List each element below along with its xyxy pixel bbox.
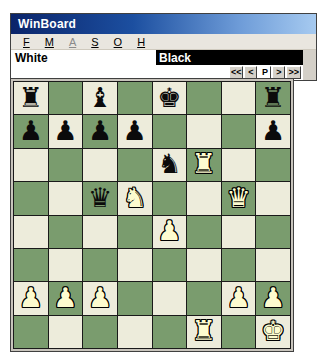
square-b8[interactable] bbox=[49, 82, 83, 114]
clock-row: White Black bbox=[11, 50, 316, 65]
piece-white-rook[interactable]: ♜ bbox=[192, 317, 216, 344]
white-clock-text: White bbox=[15, 51, 48, 65]
piece-black-rook[interactable]: ♜ bbox=[19, 84, 43, 111]
square-d5[interactable]: ♞ bbox=[118, 182, 152, 214]
square-d6[interactable] bbox=[118, 149, 152, 181]
square-c3[interactable] bbox=[83, 249, 117, 281]
square-g2[interactable]: ♟ bbox=[222, 282, 256, 314]
square-h2[interactable]: ♟ bbox=[256, 282, 290, 314]
square-c6[interactable] bbox=[83, 149, 117, 181]
piece-white-pawn[interactable]: ♟ bbox=[88, 284, 112, 311]
square-b5[interactable] bbox=[49, 182, 83, 214]
winboard-window: WinBoard FMASOH White Black <<<P>>> ♜♝♚♜… bbox=[0, 0, 321, 352]
square-b7[interactable]: ♟ bbox=[49, 115, 83, 147]
square-b6[interactable] bbox=[49, 149, 83, 181]
menu-options[interactable]: O bbox=[114, 36, 123, 48]
square-a2[interactable]: ♟ bbox=[14, 282, 48, 314]
menu-action: A bbox=[69, 36, 76, 48]
piece-black-pawn[interactable]: ♟ bbox=[19, 117, 43, 144]
piece-white-pawn[interactable]: ♟ bbox=[226, 284, 250, 311]
square-g5[interactable]: ♛ bbox=[222, 182, 256, 214]
square-h6[interactable] bbox=[256, 149, 290, 181]
square-g1[interactable] bbox=[222, 316, 256, 348]
square-d2[interactable] bbox=[118, 282, 152, 314]
piece-white-pawn[interactable]: ♟ bbox=[261, 284, 285, 311]
square-h4[interactable] bbox=[256, 216, 290, 248]
square-c5[interactable]: ♛ bbox=[83, 182, 117, 214]
square-h7[interactable]: ♟ bbox=[256, 115, 290, 147]
square-h5[interactable] bbox=[256, 182, 290, 214]
piece-white-king[interactable]: ♚ bbox=[261, 317, 285, 344]
square-e7[interactable] bbox=[153, 115, 187, 147]
title-bar[interactable]: WinBoard bbox=[11, 14, 316, 34]
square-f8[interactable] bbox=[187, 82, 221, 114]
square-a7[interactable]: ♟ bbox=[14, 115, 48, 147]
square-d7[interactable]: ♟ bbox=[118, 115, 152, 147]
square-b3[interactable] bbox=[49, 249, 83, 281]
window-title: WinBoard bbox=[18, 17, 76, 31]
board-frame: ♜♝♚♜♟♟♟♟♟♞♜♛♞♛♟♟♟♟♟♟♜♚ bbox=[10, 78, 294, 352]
piece-white-pawn[interactable]: ♟ bbox=[157, 217, 181, 244]
piece-white-pawn[interactable]: ♟ bbox=[19, 284, 43, 311]
square-d4[interactable] bbox=[118, 216, 152, 248]
square-e1[interactable] bbox=[153, 316, 187, 348]
piece-black-queen[interactable]: ♛ bbox=[88, 184, 112, 211]
square-a8[interactable]: ♜ bbox=[14, 82, 48, 114]
square-f6[interactable]: ♜ bbox=[187, 149, 221, 181]
black-clock-text: Black bbox=[159, 51, 191, 65]
menu-bar: FMASOH bbox=[11, 34, 316, 50]
square-a3[interactable] bbox=[14, 249, 48, 281]
square-d8[interactable] bbox=[118, 82, 152, 114]
square-b1[interactable] bbox=[49, 316, 83, 348]
square-h8[interactable]: ♜ bbox=[256, 82, 290, 114]
piece-white-pawn[interactable]: ♟ bbox=[53, 284, 77, 311]
piece-white-queen[interactable]: ♛ bbox=[226, 184, 250, 211]
square-g8[interactable] bbox=[222, 82, 256, 114]
square-e3[interactable] bbox=[153, 249, 187, 281]
square-f5[interactable] bbox=[187, 182, 221, 214]
square-d3[interactable] bbox=[118, 249, 152, 281]
button-row-gap bbox=[303, 65, 316, 80]
square-c4[interactable] bbox=[83, 216, 117, 248]
piece-black-knight[interactable]: ♞ bbox=[157, 150, 181, 177]
black-clock-label: Black bbox=[156, 50, 303, 65]
piece-black-pawn[interactable]: ♟ bbox=[88, 117, 112, 144]
square-c8[interactable]: ♝ bbox=[83, 82, 117, 114]
square-f1[interactable]: ♜ bbox=[187, 316, 221, 348]
square-d1[interactable] bbox=[118, 316, 152, 348]
square-f3[interactable] bbox=[187, 249, 221, 281]
square-e5[interactable] bbox=[153, 182, 187, 214]
square-b2[interactable]: ♟ bbox=[49, 282, 83, 314]
window-chrome: WinBoard FMASOH White Black <<<P>>> bbox=[10, 13, 317, 81]
square-a1[interactable] bbox=[14, 316, 48, 348]
square-e6[interactable]: ♞ bbox=[153, 149, 187, 181]
piece-black-rook[interactable]: ♜ bbox=[261, 84, 285, 111]
square-h3[interactable] bbox=[256, 249, 290, 281]
white-clock-label: White bbox=[15, 50, 48, 65]
square-e8[interactable]: ♚ bbox=[153, 82, 187, 114]
menu-file[interactable]: F bbox=[23, 36, 30, 48]
square-c1[interactable] bbox=[83, 316, 117, 348]
chess-board: ♜♝♚♜♟♟♟♟♟♞♜♛♞♛♟♟♟♟♟♟♜♚ bbox=[13, 81, 291, 349]
square-e4[interactable]: ♟ bbox=[153, 216, 187, 248]
square-a5[interactable] bbox=[14, 182, 48, 214]
square-g6[interactable] bbox=[222, 149, 256, 181]
square-f4[interactable] bbox=[187, 216, 221, 248]
menu-step[interactable]: S bbox=[91, 36, 98, 48]
square-e2[interactable] bbox=[153, 282, 187, 314]
square-g7[interactable] bbox=[222, 115, 256, 147]
square-g3[interactable] bbox=[222, 249, 256, 281]
square-a6[interactable] bbox=[14, 149, 48, 181]
square-g4[interactable] bbox=[222, 216, 256, 248]
square-c2[interactable]: ♟ bbox=[83, 282, 117, 314]
clock-row-gap bbox=[303, 50, 316, 65]
square-h1[interactable]: ♚ bbox=[256, 316, 290, 348]
piece-black-pawn[interactable]: ♟ bbox=[53, 117, 77, 144]
menu-help[interactable]: H bbox=[137, 36, 145, 48]
menu-mode[interactable]: M bbox=[45, 36, 54, 48]
square-b4[interactable] bbox=[49, 216, 83, 248]
piece-black-pawn[interactable]: ♟ bbox=[261, 117, 285, 144]
piece-white-knight[interactable]: ♞ bbox=[123, 184, 147, 211]
piece-black-pawn[interactable]: ♟ bbox=[123, 117, 147, 144]
piece-black-bishop[interactable]: ♝ bbox=[88, 84, 112, 111]
piece-black-king[interactable]: ♚ bbox=[157, 84, 181, 111]
square-a4[interactable] bbox=[14, 216, 48, 248]
square-c7[interactable]: ♟ bbox=[83, 115, 117, 147]
square-f7[interactable] bbox=[187, 115, 221, 147]
square-f2[interactable] bbox=[187, 282, 221, 314]
piece-white-rook[interactable]: ♜ bbox=[192, 150, 216, 177]
